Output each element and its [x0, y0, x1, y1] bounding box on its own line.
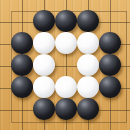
black-stone[interactable]	[99, 76, 121, 98]
black-stone[interactable]	[11, 54, 33, 76]
black-stone[interactable]	[99, 32, 121, 54]
white-stone[interactable]	[55, 76, 77, 98]
white-stone[interactable]	[33, 54, 55, 76]
white-stone[interactable]	[55, 32, 77, 54]
black-stone[interactable]	[11, 76, 33, 98]
black-stone[interactable]	[55, 10, 77, 32]
black-stone[interactable]	[11, 32, 33, 54]
white-stone[interactable]	[33, 76, 55, 98]
white-stone[interactable]	[77, 76, 99, 98]
white-stone[interactable]	[77, 32, 99, 54]
black-stone[interactable]	[99, 54, 121, 76]
white-stone[interactable]	[33, 32, 55, 54]
go-board[interactable]	[0, 0, 130, 130]
black-stone[interactable]	[55, 98, 77, 120]
black-stone[interactable]	[33, 10, 55, 32]
black-stone[interactable]	[77, 10, 99, 32]
black-stone[interactable]	[77, 98, 99, 120]
black-stone[interactable]	[33, 98, 55, 120]
white-stone[interactable]	[77, 54, 99, 76]
